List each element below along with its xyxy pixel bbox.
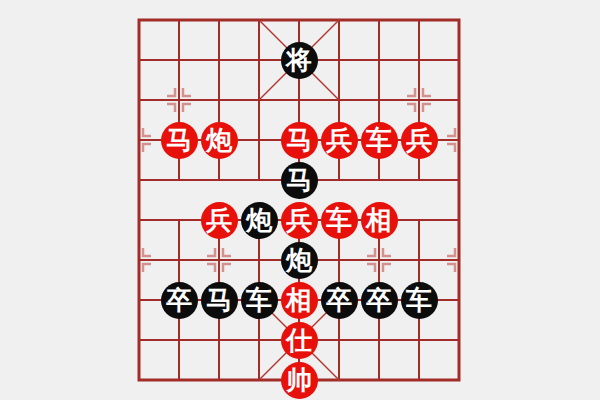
piece-black-general[interactable]: 将 <box>281 42 318 79</box>
piece-red-soldier[interactable]: 兵 <box>321 122 358 159</box>
piece-black-chariot[interactable]: 车 <box>241 282 278 319</box>
piece-red-soldier[interactable]: 兵 <box>201 202 238 239</box>
xiangqi-board[interactable]: 将马炮马兵车兵马兵炮兵车相炮卒马车相卒卒车仕帅 <box>119 0 479 400</box>
piece-red-horse[interactable]: 马 <box>281 122 318 159</box>
piece-red-soldier[interactable]: 兵 <box>401 122 438 159</box>
piece-black-cannon[interactable]: 炮 <box>241 202 278 239</box>
piece-red-cannon[interactable]: 炮 <box>201 122 238 159</box>
piece-red-elephant[interactable]: 相 <box>361 202 398 239</box>
piece-red-advisor[interactable]: 仕 <box>281 322 318 359</box>
piece-red-chariot[interactable]: 车 <box>321 202 358 239</box>
piece-red-horse[interactable]: 马 <box>161 122 198 159</box>
piece-black-soldier[interactable]: 卒 <box>361 282 398 319</box>
piece-red-elephant[interactable]: 相 <box>281 282 318 319</box>
piece-red-chariot[interactable]: 车 <box>361 122 398 159</box>
piece-black-horse[interactable]: 马 <box>201 282 238 319</box>
piece-black-soldier[interactable]: 卒 <box>321 282 358 319</box>
piece-black-soldier[interactable]: 卒 <box>161 282 198 319</box>
piece-black-chariot[interactable]: 车 <box>401 282 438 319</box>
piece-red-general[interactable]: 帅 <box>281 362 318 399</box>
xiangqi-screen: 将马炮马兵车兵马兵炮兵车相炮卒马车相卒卒车仕帅 <box>0 0 600 400</box>
piece-red-soldier[interactable]: 兵 <box>281 202 318 239</box>
piece-black-horse[interactable]: 马 <box>281 162 318 199</box>
piece-black-cannon[interactable]: 炮 <box>281 242 318 279</box>
